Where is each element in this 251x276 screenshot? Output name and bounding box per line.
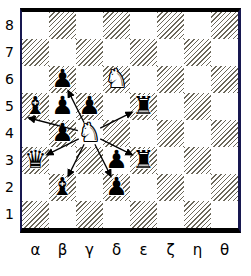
white-knight-d6[interactable]: ♞ (103, 66, 130, 93)
file-label-e: ε (130, 239, 157, 261)
file-label-a: α (22, 239, 49, 261)
pieces-layer: ♞♞♟♝♟♟♜♟♛♟♜♝♟ (22, 12, 238, 228)
black-rook-e3[interactable]: ♜ (130, 147, 157, 174)
chess-diagram-page: 87654321 ♞♞♟♝♟♟♜♟♛♟♜♝♟ αβγδεζηθ (0, 0, 251, 276)
black-pawn-d3[interactable]: ♟ (103, 147, 130, 174)
file-label-b: β (49, 239, 76, 261)
black-queen-a3[interactable]: ♛ (22, 147, 49, 174)
black-pawn-b6[interactable]: ♟ (49, 66, 76, 93)
rank-label-8: 8 (1, 12, 18, 39)
black-bishop-a5[interactable]: ♝ (22, 93, 49, 120)
rank-label-2: 2 (1, 174, 18, 201)
rank-label-1: 1 (1, 201, 18, 228)
rank-label-6: 6 (1, 66, 18, 93)
rank-label-7: 7 (1, 39, 18, 66)
file-label-f: ζ (157, 239, 184, 261)
file-labels: αβγδεζηθ (22, 239, 238, 261)
file-label-d: δ (103, 239, 130, 261)
black-bishop-b2[interactable]: ♝ (49, 174, 76, 201)
rank-labels: 87654321 (1, 12, 18, 228)
file-label-g: η (184, 239, 211, 261)
rank-label-4: 4 (1, 120, 18, 147)
black-pawn-b5[interactable]: ♟ (49, 93, 76, 120)
black-pawn-c5[interactable]: ♟ (76, 93, 103, 120)
white-knight-c4[interactable]: ♞ (76, 120, 103, 147)
rank-label-3: 3 (1, 147, 18, 174)
black-pawn-d2[interactable]: ♟ (103, 174, 130, 201)
black-pawn-b4[interactable]: ♟ (49, 120, 76, 147)
file-label-c: γ (76, 239, 103, 261)
file-label-h: θ (211, 239, 238, 261)
black-rook-e5[interactable]: ♜ (130, 93, 157, 120)
chess-board-frame: ♞♞♟♝♟♟♜♟♛♟♜♝♟ (20, 8, 241, 233)
rank-label-5: 5 (1, 93, 18, 120)
